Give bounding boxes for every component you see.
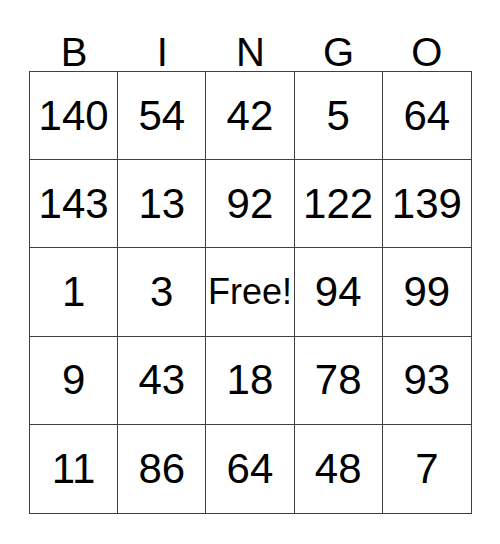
bingo-cell[interactable]: 43: [118, 337, 206, 425]
bingo-cell[interactable]: 7: [383, 425, 471, 513]
header-letter-g: G: [295, 0, 383, 72]
bingo-cell[interactable]: 94: [295, 248, 383, 336]
bingo-board: 140 54 42 5 64 143 13 92 122 139 1 3 Fre…: [29, 71, 472, 514]
bingo-cell[interactable]: 64: [383, 72, 471, 160]
bingo-cell[interactable]: 99: [383, 248, 471, 336]
bingo-cell[interactable]: 1: [30, 248, 118, 336]
header-letter-i: I: [118, 0, 206, 72]
bingo-cell[interactable]: 64: [206, 425, 294, 513]
bingo-cell[interactable]: 78: [295, 337, 383, 425]
header-letter-o: O: [383, 0, 471, 72]
bingo-cell[interactable]: 139: [383, 160, 471, 248]
header-letter-b: B: [30, 0, 118, 72]
bingo-cell[interactable]: 140: [30, 72, 118, 160]
bingo-cell[interactable]: 9: [30, 337, 118, 425]
free-cell[interactable]: Free!: [206, 248, 294, 336]
bingo-cell[interactable]: 11: [30, 425, 118, 513]
bingo-cell[interactable]: 122: [295, 160, 383, 248]
bingo-header-row: B I N G O: [30, 0, 471, 71]
bingo-card: B I N G O 140 54 42 5 64 143 13 92 122 1…: [0, 0, 500, 544]
bingo-cell[interactable]: 86: [118, 425, 206, 513]
bingo-cell[interactable]: 5: [295, 72, 383, 160]
bingo-cell[interactable]: 3: [118, 248, 206, 336]
bingo-cell[interactable]: 54: [118, 72, 206, 160]
bingo-cell[interactable]: 93: [383, 337, 471, 425]
bingo-cell[interactable]: 48: [295, 425, 383, 513]
bingo-cell[interactable]: 42: [206, 72, 294, 160]
bingo-cell[interactable]: 143: [30, 160, 118, 248]
bingo-cell[interactable]: 18: [206, 337, 294, 425]
bingo-cell[interactable]: 13: [118, 160, 206, 248]
header-letter-n: N: [206, 0, 294, 72]
bingo-cell[interactable]: 92: [206, 160, 294, 248]
